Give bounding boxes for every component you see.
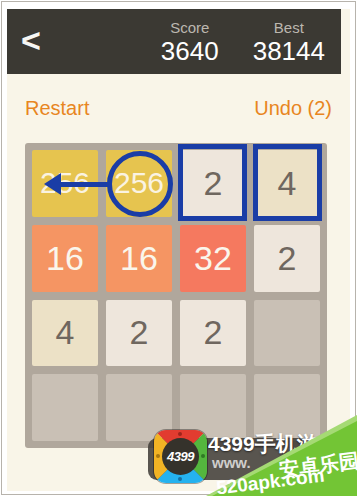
toolbar: Restart Undo (2) [25, 97, 332, 120]
tile-r3c3-2: 2 [180, 300, 246, 367]
annotation-arrow-head-icon [44, 173, 61, 195]
icon-dot-top [178, 432, 182, 436]
annotation-arrow-shaft [54, 182, 110, 187]
score-block: Score 3640 [161, 19, 219, 65]
tile-r4c1-empty [32, 374, 98, 441]
4399-app-icon: 4399 [154, 430, 207, 483]
watermark-url: www. [212, 454, 251, 471]
score-value: 3640 [161, 37, 219, 65]
tile-r2c3-32: 32 [180, 225, 246, 292]
back-button[interactable]: < [7, 23, 41, 61]
header-bar: < Score 3640 Best 38144 [7, 9, 341, 74]
tile-r3c4-empty [254, 300, 320, 367]
tile-r2c2-16: 16 [106, 225, 172, 292]
icon-center-badge: 4399 [162, 438, 199, 475]
tile-r2c1-16: 16 [32, 225, 98, 292]
icon-dot-right [201, 454, 205, 458]
best-block: Best 38144 [253, 19, 325, 65]
score-label: Score [170, 19, 209, 37]
best-label: Best [274, 19, 304, 37]
tile-r3c2-2: 2 [106, 300, 172, 367]
annotation-box-tile-4 [253, 144, 322, 221]
restart-button[interactable]: Restart [25, 97, 89, 120]
icon-dot-bottom [178, 477, 182, 481]
tile-r2c4-2: 2 [254, 225, 320, 292]
icon-dot-left [156, 454, 160, 458]
best-value: 38144 [253, 37, 325, 65]
undo-button[interactable]: Undo (2) [254, 97, 332, 120]
tile-r3c1-4: 4 [32, 300, 98, 367]
annotation-box-tile-2 [178, 144, 247, 221]
score-panel: Score 3640 Best 38144 [161, 19, 341, 65]
annotation-circle [107, 151, 173, 217]
